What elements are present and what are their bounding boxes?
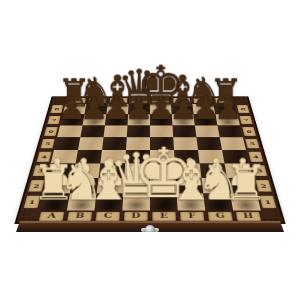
rank-label-text: 6	[242, 127, 256, 136]
file-label-text: C	[96, 212, 119, 221]
board-border-corner	[261, 210, 283, 222]
square-g6[interactable]	[195, 126, 220, 138]
rank-label-6-right: 6	[240, 126, 258, 138]
file-label-text: D	[124, 212, 147, 221]
square-h5[interactable]	[220, 137, 246, 150]
square-h7[interactable]: ♟	[215, 114, 240, 125]
file-label-h-near: H	[233, 210, 264, 222]
file-label-b-near: B	[65, 210, 95, 222]
rank-label-5-right: 5	[243, 137, 262, 150]
file-label-a-near: A	[36, 210, 67, 222]
file-label-f-near: F	[178, 210, 207, 222]
box-front-edge	[16, 221, 284, 232]
file-label-text: B	[68, 212, 92, 221]
square-a6[interactable]	[57, 126, 82, 138]
file-label-c-near: C	[93, 210, 122, 222]
square-b6[interactable]	[80, 126, 105, 138]
file-label-g-near: G	[205, 210, 235, 222]
file-label-text: A	[39, 212, 63, 221]
square-h6[interactable]	[217, 126, 242, 138]
square-a5[interactable]	[54, 137, 80, 150]
rank-label-text: 6	[44, 127, 58, 136]
file-label-text: H	[236, 212, 260, 221]
file-label-d-near: D	[122, 210, 150, 222]
square-h1[interactable]: ♜	[230, 194, 261, 211]
file-label-text: E	[153, 212, 176, 221]
file-label-e-near: E	[150, 210, 178, 222]
chess-board: ABCDEFGH8♜♞♝♛♚♝♞♜87♟♟♟♟♟♟♟♟7665544332♟♟♟…	[17, 97, 283, 222]
square-c6[interactable]	[104, 126, 128, 138]
rank-label-5-left: 5	[38, 137, 57, 150]
rank-label-text: 5	[245, 139, 260, 148]
piece-white-rook-h1[interactable]: ♜	[225, 159, 268, 207]
file-label-text: G	[208, 212, 232, 221]
rank-label-text: 5	[40, 139, 55, 148]
piece-black-pawn-h7[interactable]: ♟	[214, 92, 242, 124]
file-label-text: F	[181, 212, 204, 221]
photo-background: ABCDEFGH8♜♞♝♛♚♝♞♜87♟♟♟♟♟♟♟♟7665544332♟♟♟…	[0, 0, 300, 300]
